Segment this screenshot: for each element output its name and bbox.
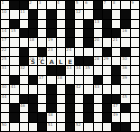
grid-cell[interactable] [131,104,139,112]
grid-cell[interactable] [84,10,92,18]
grid-cell[interactable]: 12 [75,10,83,18]
grid-cell[interactable]: 20 [94,38,102,46]
grid-cell[interactable]: 3 [38,1,46,9]
grid-cell[interactable] [47,76,55,84]
clue-number: 29 [103,57,108,61]
grid-cell[interactable] [10,10,18,18]
grid-cell[interactable] [57,95,65,103]
grid-cell[interactable] [112,48,120,56]
grid-cell[interactable] [131,95,139,103]
grid-cell[interactable]: 35 [84,66,92,74]
black-cell [38,48,46,56]
grid-cell[interactable]: 9 [131,1,139,9]
clue-number: 19 [48,38,53,42]
grid-cell[interactable] [57,104,65,112]
black-cell [29,10,37,18]
grid-cell[interactable]: 39 [121,76,129,84]
grid-cell[interactable] [112,20,120,28]
black-cell [47,10,55,18]
black-cell [84,95,92,103]
grid-cell[interactable] [57,48,65,56]
grid-cell[interactable]: 50 [1,123,9,131]
black-cell [103,20,111,28]
black-cell [66,10,74,18]
grid-cell[interactable] [10,123,18,131]
grid-cell[interactable] [57,29,65,37]
grid-cell[interactable] [131,85,139,93]
clue-number: 42 [76,85,81,89]
clue-number: 49 [113,113,118,117]
grid-cell[interactable]: E [66,57,74,65]
clue-number: 52 [76,123,81,127]
clue-number: 33 [66,66,71,70]
grid-cell[interactable]: L [57,57,65,65]
grid-cell[interactable] [1,104,9,112]
grid-cell[interactable] [1,76,9,84]
black-cell [121,48,129,56]
grid-cell[interactable]: 4 [57,1,65,9]
clue-number: 44 [2,95,7,99]
black-cell [38,123,46,131]
grid-cell[interactable]: 31 [1,66,9,74]
grid-cell[interactable] [94,123,102,131]
grid-cell[interactable] [112,10,120,18]
fill-letter: A [47,57,55,65]
black-cell [84,29,92,37]
grid-cell[interactable] [57,38,65,46]
black-cell [94,76,102,84]
grid-cell[interactable] [75,38,83,46]
grid-cell[interactable]: 38 [57,76,65,84]
black-cell [29,113,37,121]
grid-cell[interactable]: 5 [75,1,83,9]
black-cell [66,95,74,103]
grid-cell[interactable] [84,76,92,84]
grid-cell[interactable]: 23 [47,48,55,56]
grid-cell[interactable] [57,123,65,131]
clue-number: 30 [122,57,127,61]
grid-cell[interactable] [38,20,46,28]
clue-number: 9 [131,1,134,5]
clue-number: 18 [29,38,34,42]
grid-cell[interactable]: 34 [75,66,83,74]
grid-cell[interactable] [84,48,92,56]
clue-number: 5 [76,1,79,5]
grid-cell[interactable]: 13 [94,20,102,28]
grid-cell[interactable] [38,95,46,103]
grid-cell[interactable]: 17 [1,38,9,46]
grid-cell[interactable] [94,113,102,121]
black-cell [84,38,92,46]
black-cell [84,104,92,112]
crossword-grid: 1234567891011121314151617181920212223242… [0,0,140,132]
grid-cell[interactable] [47,1,55,9]
grid-cell[interactable] [57,20,65,28]
grid-cell[interactable]: 48 [47,113,55,121]
black-cell [10,113,18,121]
black-cell [10,76,18,84]
clue-number: 50 [2,123,7,127]
clue-number: 34 [76,66,81,70]
clue-number: 43 [94,85,99,89]
grid-cell[interactable] [20,123,28,131]
grid-cell[interactable]: A [47,57,55,65]
grid-cell[interactable] [131,66,139,74]
black-cell [112,29,120,37]
grid-cell[interactable] [112,85,120,93]
black-cell [121,10,129,18]
clue-number: 40 [2,85,7,89]
black-cell [29,104,37,112]
grid-cell[interactable]: 29 [103,57,111,65]
grid-cell[interactable] [29,48,37,56]
grid-cell[interactable]: 47 [112,104,120,112]
black-cell [66,113,74,121]
grid-cell[interactable] [121,113,129,121]
grid-cell[interactable] [131,113,139,121]
grid-cell[interactable]: 18 [29,38,37,46]
grid-cell[interactable] [131,29,139,37]
grid-cell[interactable] [103,76,111,84]
grid-cell[interactable]: 44 [1,95,9,103]
grid-cell[interactable] [112,57,120,65]
black-cell [38,113,46,121]
clue-number: 11 [20,10,25,14]
grid-cell[interactable] [131,76,139,84]
clue-number: 37 [39,76,44,80]
grid-cell[interactable] [94,95,102,103]
black-cell [57,66,65,74]
fill-letter: C [38,57,46,65]
grid-cell[interactable] [29,66,37,74]
black-cell [112,66,120,74]
clue-number: 39 [122,76,127,80]
grid-cell[interactable] [20,20,28,28]
grid-cell[interactable]: 45 [121,95,129,103]
grid-cell[interactable]: 10 [1,10,9,18]
grid-cell[interactable] [94,66,102,74]
grid-cell[interactable]: 14 [1,29,9,37]
black-cell [112,95,120,103]
clue-number: 24 [66,48,71,52]
clue-number: 32 [20,66,25,70]
clue-number: 2 [29,1,32,5]
grid-cell[interactable]: 7 [103,1,111,9]
grid-cell[interactable] [131,20,139,28]
grid-cell[interactable] [75,104,83,112]
clue-number: 16 [122,29,127,33]
grid-cell[interactable] [103,38,111,46]
grid-cell[interactable] [10,57,18,65]
black-cell [47,104,55,112]
grid-cell[interactable]: 19 [47,38,55,46]
clue-number: 23 [48,48,53,52]
grid-cell[interactable]: 15 [10,29,18,37]
black-cell [121,20,129,28]
black-cell [121,123,129,131]
black-cell [47,95,55,103]
black-cell [84,113,92,121]
grid-cell[interactable] [29,85,37,93]
grid-cell[interactable] [29,123,37,131]
grid-cell[interactable] [75,29,83,37]
grid-cell[interactable]: 1 [1,1,9,9]
black-cell [94,10,102,18]
black-cell [20,57,28,65]
black-cell [66,1,74,9]
clue-number: 45 [122,95,127,99]
grid-cell[interactable]: 46 [20,104,28,112]
clue-number: 25 [2,57,7,61]
clue-number: 28 [94,57,99,61]
grid-cell[interactable] [20,76,28,84]
black-cell [47,20,55,28]
black-cell [66,85,74,93]
clue-number: 46 [20,104,25,108]
grid-cell[interactable] [1,20,9,28]
grid-cell[interactable] [20,38,28,46]
grid-cell[interactable]: 49 [112,113,120,121]
fill-letter: E [66,57,74,65]
grid-cell[interactable] [66,76,74,84]
grid-cell[interactable] [75,20,83,28]
black-cell [29,95,37,103]
grid-cell[interactable]: 51 [47,123,55,131]
black-cell [29,20,37,28]
black-cell [29,76,37,84]
black-cell [103,10,111,18]
grid-cell[interactable] [38,85,46,93]
grid-cell[interactable]: 24 [66,48,74,56]
grid-cell[interactable]: 37 [38,76,46,84]
grid-cell[interactable]: 42 [75,85,83,93]
clue-number: 36 [122,66,127,70]
clue-number: 1 [2,1,5,5]
grid-cell[interactable]: 25 [1,57,9,65]
grid-cell[interactable] [84,85,92,93]
clue-number: 35 [85,66,90,70]
grid-cell[interactable]: 22 [1,48,9,56]
grid-cell[interactable] [131,57,139,65]
grid-cell[interactable]: 43 [94,85,102,93]
black-cell [103,29,111,37]
grid-cell[interactable]: 11 [20,10,28,18]
clue-number: 51 [48,123,53,127]
clue-number: 22 [2,48,7,52]
grid-cell[interactable]: 27C [38,57,46,65]
grid-cell[interactable] [38,104,46,112]
grid-cell[interactable] [121,85,129,93]
black-cell [66,29,74,37]
clue-number: 12 [76,10,81,14]
black-cell [20,48,28,56]
clue-number: 7 [103,1,106,5]
grid-cell[interactable] [38,29,46,37]
black-cell [84,20,92,28]
black-cell [47,85,55,93]
black-cell [66,38,74,46]
grid-cell[interactable] [94,104,102,112]
grid-cell[interactable] [75,48,83,56]
grid-cell[interactable]: 40 [1,85,9,93]
black-cell [66,104,74,112]
grid-cell[interactable] [103,66,111,74]
grid-cell[interactable] [38,10,46,18]
grid-cell[interactable] [75,95,83,103]
black-cell [20,95,28,103]
grid-cell[interactable] [57,10,65,18]
black-cell [66,123,74,131]
grid-cell[interactable] [103,85,111,93]
black-cell [103,95,111,103]
grid-cell[interactable] [1,113,9,121]
grid-cell[interactable]: 16 [121,29,129,37]
grid-cell[interactable] [131,38,139,46]
grid-cell[interactable]: 36 [121,66,129,74]
clue-number: 14 [2,29,7,33]
black-cell [47,29,55,37]
grid-cell[interactable] [121,1,129,9]
grid-cell[interactable] [57,85,65,93]
clue-number: 21 [113,38,118,42]
fill-letter: S [29,57,37,65]
clue-number: 17 [2,38,7,42]
black-cell [94,1,102,9]
grid-cell[interactable] [121,38,129,46]
clue-number: 10 [2,10,7,14]
clue-number: 6 [85,1,88,5]
grid-cell[interactable]: 6 [84,1,92,9]
grid-cell[interactable] [10,38,18,46]
black-cell [121,104,129,112]
clue-number: 15 [11,29,16,33]
grid-cell[interactable] [10,95,18,103]
grid-cell[interactable]: 8 [112,1,120,9]
clue-number: 48 [48,113,53,117]
black-cell [29,29,37,37]
grid-cell[interactable] [38,38,46,46]
grid-cell[interactable] [94,48,102,56]
clue-number: 8 [113,1,116,5]
grid-cell[interactable] [131,48,139,56]
grid-cell[interactable] [10,66,18,74]
black-cell [75,57,83,65]
clue-number: 31 [2,66,7,70]
fill-letter: L [57,57,65,65]
grid-cell[interactable] [10,48,18,56]
clue-number: 20 [94,38,99,42]
black-cell [103,113,111,121]
black-cell [10,1,18,9]
black-cell [66,20,74,28]
grid-cell[interactable] [94,29,102,37]
black-cell [20,1,28,9]
black-cell [10,104,18,112]
grid-cell[interactable]: 30 [121,57,129,65]
grid-cell[interactable]: 26S [29,57,37,65]
grid-cell[interactable] [103,123,111,131]
grid-cell[interactable] [84,123,92,131]
grid-cell[interactable] [131,10,139,18]
grid-cell[interactable] [20,113,28,121]
grid-cell[interactable]: 2 [29,1,37,9]
black-cell [103,104,111,112]
grid-cell[interactable] [75,76,83,84]
clue-number: 47 [113,104,118,108]
clue-number: 3 [39,1,42,5]
black-cell [10,20,18,28]
clue-number: 41 [11,85,16,89]
grid-cell[interactable]: 33 [66,66,74,74]
black-cell [112,76,120,84]
grid-cell[interactable]: 41 [10,85,18,93]
black-cell [20,29,28,37]
clue-number: 4 [57,1,60,5]
grid-cell[interactable]: 28 [94,57,102,65]
clue-number: 38 [57,76,62,80]
black-cell [103,48,111,56]
black-cell [112,123,120,131]
grid-cell[interactable] [57,113,65,121]
clue-number: 13 [94,20,99,24]
grid-cell[interactable] [38,66,46,74]
black-cell [84,57,92,65]
grid-cell[interactable] [75,113,83,121]
grid-cell[interactable]: 32 [20,66,28,74]
grid-cell[interactable] [20,85,28,93]
grid-cell[interactable] [131,123,139,131]
grid-cell[interactable]: 21 [112,38,120,46]
grid-cell[interactable]: 52 [75,123,83,131]
black-cell [47,66,55,74]
